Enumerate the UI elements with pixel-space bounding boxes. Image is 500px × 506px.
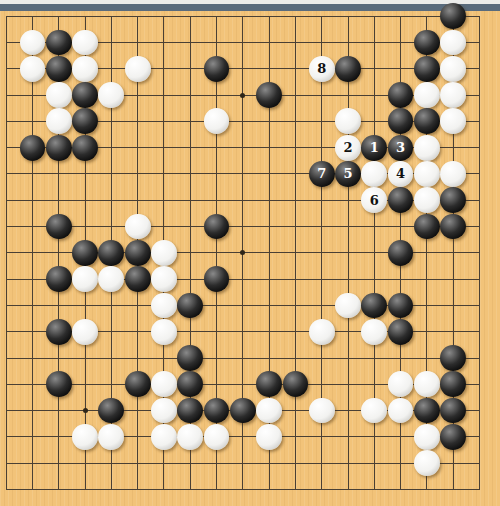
intersection-K7[interactable] (230, 319, 256, 345)
intersection-M19[interactable] (282, 3, 308, 29)
intersection-E3[interactable] (98, 424, 124, 450)
intersection-R7[interactable] (414, 319, 440, 345)
stone-white-B17[interactable] (20, 56, 46, 82)
intersection-S16[interactable] (440, 82, 466, 108)
intersection-T10[interactable] (466, 240, 492, 266)
intersection-P12[interactable]: 6 (361, 187, 387, 213)
intersection-Q4[interactable] (387, 397, 413, 423)
intersection-E4[interactable] (98, 397, 124, 423)
stone-white-R13[interactable] (414, 161, 440, 187)
intersection-C6[interactable] (46, 345, 72, 371)
intersection-C14[interactable] (46, 134, 72, 160)
intersection-E19[interactable] (98, 3, 124, 29)
intersection-A7[interactable] (0, 319, 19, 345)
intersection-T8[interactable] (466, 292, 492, 318)
intersection-T11[interactable] (466, 213, 492, 239)
stone-white-R5[interactable] (414, 371, 440, 397)
intersection-T1[interactable] (466, 476, 492, 502)
intersection-N4[interactable] (309, 397, 335, 423)
intersection-A12[interactable] (0, 187, 19, 213)
stone-white-P4[interactable] (361, 398, 387, 424)
stone-black-S19[interactable] (440, 3, 466, 29)
intersection-E16[interactable] (98, 82, 124, 108)
stone-white-G3[interactable] (151, 424, 177, 450)
stone-black-R15[interactable] (414, 108, 440, 134)
intersection-H16[interactable] (177, 82, 203, 108)
intersection-M8[interactable] (282, 292, 308, 318)
intersection-N14[interactable] (309, 134, 335, 160)
intersection-P5[interactable] (361, 371, 387, 397)
intersection-M15[interactable] (282, 108, 308, 134)
intersection-Q1[interactable] (387, 476, 413, 502)
intersection-R10[interactable] (414, 240, 440, 266)
intersection-K1[interactable] (230, 476, 256, 502)
intersection-A2[interactable] (0, 450, 19, 476)
intersection-F1[interactable] (124, 476, 150, 502)
intersection-D14[interactable] (72, 134, 98, 160)
intersection-L14[interactable] (256, 134, 282, 160)
intersection-T9[interactable] (466, 266, 492, 292)
stone-white-J3[interactable] (204, 424, 230, 450)
stone-white-F11[interactable] (125, 214, 151, 240)
intersection-E9[interactable] (98, 266, 124, 292)
intersection-D7[interactable] (72, 319, 98, 345)
intersection-D19[interactable] (72, 3, 98, 29)
stone-black-N13[interactable]: 7 (309, 161, 335, 187)
intersection-N3[interactable] (309, 424, 335, 450)
intersection-M5[interactable] (282, 371, 308, 397)
intersection-A1[interactable] (0, 476, 19, 502)
stone-white-E3[interactable] (98, 424, 124, 450)
intersection-O12[interactable] (335, 187, 361, 213)
intersection-O6[interactable] (335, 345, 361, 371)
intersection-L13[interactable] (256, 161, 282, 187)
intersection-F2[interactable] (124, 450, 150, 476)
intersection-C12[interactable] (46, 187, 72, 213)
intersection-K6[interactable] (230, 345, 256, 371)
stone-white-B18[interactable] (20, 30, 46, 56)
intersection-G7[interactable] (151, 319, 177, 345)
intersection-N1[interactable] (309, 476, 335, 502)
intersection-C15[interactable] (46, 108, 72, 134)
intersection-H14[interactable] (177, 134, 203, 160)
intersection-K18[interactable] (230, 29, 256, 55)
intersection-L3[interactable] (256, 424, 282, 450)
intersection-P14[interactable]: 1 (361, 134, 387, 160)
intersection-F10[interactable] (124, 240, 150, 266)
intersection-Q15[interactable] (387, 108, 413, 134)
intersection-O3[interactable] (335, 424, 361, 450)
intersection-B18[interactable] (19, 29, 45, 55)
stone-black-D16[interactable] (72, 82, 98, 108)
intersection-Q14[interactable]: 3 (387, 134, 413, 160)
intersection-T2[interactable] (466, 450, 492, 476)
intersection-J18[interactable] (203, 29, 229, 55)
intersection-B8[interactable] (19, 292, 45, 318)
stone-white-G8[interactable] (151, 293, 177, 319)
intersection-Q3[interactable] (387, 424, 413, 450)
stone-black-E4[interactable] (98, 398, 124, 424)
stone-black-D10[interactable] (72, 240, 98, 266)
intersection-T3[interactable] (466, 424, 492, 450)
stone-black-J17[interactable] (204, 56, 230, 82)
intersection-Q17[interactable] (387, 56, 413, 82)
intersection-Q16[interactable] (387, 82, 413, 108)
stone-black-C18[interactable] (46, 30, 72, 56)
stone-white-O8[interactable] (335, 293, 361, 319)
intersection-F3[interactable] (124, 424, 150, 450)
intersection-R3[interactable] (414, 424, 440, 450)
intersection-G19[interactable] (151, 3, 177, 29)
intersection-O14[interactable]: 2 (335, 134, 361, 160)
intersection-B4[interactable] (19, 397, 45, 423)
stone-white-G4[interactable] (151, 398, 177, 424)
intersection-R11[interactable] (414, 213, 440, 239)
intersection-D4[interactable] (72, 397, 98, 423)
intersection-R6[interactable] (414, 345, 440, 371)
stone-black-F10[interactable] (125, 240, 151, 266)
intersection-B10[interactable] (19, 240, 45, 266)
intersection-C9[interactable] (46, 266, 72, 292)
intersection-S17[interactable] (440, 56, 466, 82)
intersection-A3[interactable] (0, 424, 19, 450)
stone-white-O15[interactable] (335, 108, 361, 134)
intersection-G2[interactable] (151, 450, 177, 476)
intersection-F19[interactable] (124, 3, 150, 29)
intersection-M14[interactable] (282, 134, 308, 160)
intersection-Q13[interactable]: 4 (387, 161, 413, 187)
stone-white-R16[interactable] (414, 82, 440, 108)
stone-white-G9[interactable] (151, 266, 177, 292)
intersection-P7[interactable] (361, 319, 387, 345)
intersection-P3[interactable] (361, 424, 387, 450)
intersection-K12[interactable] (230, 187, 256, 213)
intersection-L17[interactable] (256, 56, 282, 82)
intersection-M3[interactable] (282, 424, 308, 450)
intersection-E6[interactable] (98, 345, 124, 371)
stone-black-Q16[interactable] (388, 82, 414, 108)
stone-black-L16[interactable] (256, 82, 282, 108)
intersection-P2[interactable] (361, 450, 387, 476)
intersection-R18[interactable] (414, 29, 440, 55)
intersection-Q11[interactable] (387, 213, 413, 239)
intersection-P18[interactable] (361, 29, 387, 55)
intersection-D17[interactable] (72, 56, 98, 82)
intersection-A14[interactable] (0, 134, 19, 160)
stone-black-J11[interactable] (204, 214, 230, 240)
intersection-T4[interactable] (466, 397, 492, 423)
intersection-R17[interactable] (414, 56, 440, 82)
stone-black-C9[interactable] (46, 266, 72, 292)
intersection-M12[interactable] (282, 187, 308, 213)
stone-black-Q15[interactable] (388, 108, 414, 134)
intersection-O18[interactable] (335, 29, 361, 55)
intersection-C18[interactable] (46, 29, 72, 55)
intersection-N17[interactable]: 8 (309, 56, 335, 82)
intersection-L5[interactable] (256, 371, 282, 397)
stone-white-O14[interactable]: 2 (335, 135, 361, 161)
stone-white-D3[interactable] (72, 424, 98, 450)
stone-black-S12[interactable] (440, 187, 466, 213)
intersection-A17[interactable] (0, 56, 19, 82)
intersection-P16[interactable] (361, 82, 387, 108)
intersection-K17[interactable] (230, 56, 256, 82)
stone-white-N4[interactable] (309, 398, 335, 424)
intersection-N2[interactable] (309, 450, 335, 476)
stone-white-D18[interactable] (72, 30, 98, 56)
intersection-H19[interactable] (177, 3, 203, 29)
intersection-M17[interactable] (282, 56, 308, 82)
intersection-L16[interactable] (256, 82, 282, 108)
stone-white-P12[interactable]: 6 (361, 187, 387, 213)
stone-white-L3[interactable] (256, 424, 282, 450)
intersection-N7[interactable] (309, 319, 335, 345)
stone-white-S16[interactable] (440, 82, 466, 108)
intersection-B13[interactable] (19, 161, 45, 187)
intersection-S2[interactable] (440, 450, 466, 476)
intersection-N6[interactable] (309, 345, 335, 371)
intersection-A13[interactable] (0, 161, 19, 187)
intersection-D16[interactable] (72, 82, 98, 108)
intersection-D1[interactable] (72, 476, 98, 502)
stone-black-O13[interactable]: 5 (335, 161, 361, 187)
intersection-O11[interactable] (335, 213, 361, 239)
intersection-L10[interactable] (256, 240, 282, 266)
stone-white-S17[interactable] (440, 56, 466, 82)
intersection-D10[interactable] (72, 240, 98, 266)
stone-black-O17[interactable] (335, 56, 361, 82)
intersection-S19[interactable] (440, 3, 466, 29)
intersection-F7[interactable] (124, 319, 150, 345)
intersection-L6[interactable] (256, 345, 282, 371)
intersection-G5[interactable] (151, 371, 177, 397)
stone-white-C15[interactable] (46, 108, 72, 134)
intersection-H1[interactable] (177, 476, 203, 502)
intersection-B12[interactable] (19, 187, 45, 213)
stone-white-C16[interactable] (46, 82, 72, 108)
intersection-B2[interactable] (19, 450, 45, 476)
intersection-E14[interactable] (98, 134, 124, 160)
intersection-D5[interactable] (72, 371, 98, 397)
intersection-T17[interactable] (466, 56, 492, 82)
stone-black-J9[interactable] (204, 266, 230, 292)
intersection-O17[interactable] (335, 56, 361, 82)
intersection-E8[interactable] (98, 292, 124, 318)
intersection-M11[interactable] (282, 213, 308, 239)
intersection-O19[interactable] (335, 3, 361, 29)
intersection-D12[interactable] (72, 187, 98, 213)
intersection-S18[interactable] (440, 29, 466, 55)
intersection-F17[interactable] (124, 56, 150, 82)
intersection-R14[interactable] (414, 134, 440, 160)
intersection-R9[interactable] (414, 266, 440, 292)
intersection-Q2[interactable] (387, 450, 413, 476)
intersection-B15[interactable] (19, 108, 45, 134)
intersection-D6[interactable] (72, 345, 98, 371)
stone-black-Q14[interactable]: 3 (388, 135, 414, 161)
intersection-P15[interactable] (361, 108, 387, 134)
intersection-J2[interactable] (203, 450, 229, 476)
intersection-G13[interactable] (151, 161, 177, 187)
intersection-F16[interactable] (124, 82, 150, 108)
intersection-N5[interactable] (309, 371, 335, 397)
stone-black-L5[interactable] (256, 371, 282, 397)
intersection-E1[interactable] (98, 476, 124, 502)
stone-black-D15[interactable] (72, 108, 98, 134)
intersection-O8[interactable] (335, 292, 361, 318)
intersection-G11[interactable] (151, 213, 177, 239)
intersection-C17[interactable] (46, 56, 72, 82)
intersection-J6[interactable] (203, 345, 229, 371)
intersection-O2[interactable] (335, 450, 361, 476)
intersection-B3[interactable] (19, 424, 45, 450)
stone-black-J4[interactable] (204, 398, 230, 424)
intersection-T15[interactable] (466, 108, 492, 134)
intersection-G18[interactable] (151, 29, 177, 55)
intersection-Q18[interactable] (387, 29, 413, 55)
intersection-S7[interactable] (440, 319, 466, 345)
intersection-T12[interactable] (466, 187, 492, 213)
intersection-D18[interactable] (72, 29, 98, 55)
intersection-H10[interactable] (177, 240, 203, 266)
stone-black-Q12[interactable] (388, 187, 414, 213)
intersection-Q12[interactable] (387, 187, 413, 213)
intersection-A4[interactable] (0, 397, 19, 423)
stone-white-Q4[interactable] (388, 398, 414, 424)
stone-black-S11[interactable] (440, 214, 466, 240)
stone-black-P8[interactable] (361, 293, 387, 319)
intersection-M7[interactable] (282, 319, 308, 345)
intersection-N8[interactable] (309, 292, 335, 318)
intersection-J15[interactable] (203, 108, 229, 134)
intersection-K8[interactable] (230, 292, 256, 318)
intersection-C8[interactable] (46, 292, 72, 318)
intersection-R16[interactable] (414, 82, 440, 108)
intersection-K15[interactable] (230, 108, 256, 134)
intersection-C19[interactable] (46, 3, 72, 29)
stone-black-R4[interactable] (414, 398, 440, 424)
intersection-F13[interactable] (124, 161, 150, 187)
intersection-T6[interactable] (466, 345, 492, 371)
stone-black-S3[interactable] (440, 424, 466, 450)
stone-black-Q10[interactable] (388, 240, 414, 266)
intersection-T7[interactable] (466, 319, 492, 345)
stone-white-F17[interactable] (125, 56, 151, 82)
intersection-B11[interactable] (19, 213, 45, 239)
intersection-T5[interactable] (466, 371, 492, 397)
intersection-L18[interactable] (256, 29, 282, 55)
intersection-J13[interactable] (203, 161, 229, 187)
intersection-C4[interactable] (46, 397, 72, 423)
intersection-J3[interactable] (203, 424, 229, 450)
intersection-G3[interactable] (151, 424, 177, 450)
intersection-G9[interactable] (151, 266, 177, 292)
stone-black-C5[interactable] (46, 371, 72, 397)
intersection-H5[interactable] (177, 371, 203, 397)
intersection-M4[interactable] (282, 397, 308, 423)
intersection-H12[interactable] (177, 187, 203, 213)
intersection-E12[interactable] (98, 187, 124, 213)
intersection-G6[interactable] (151, 345, 177, 371)
stone-white-S15[interactable] (440, 108, 466, 134)
intersection-O9[interactable] (335, 266, 361, 292)
intersection-M13[interactable] (282, 161, 308, 187)
intersection-F11[interactable] (124, 213, 150, 239)
intersection-K5[interactable] (230, 371, 256, 397)
intersection-D8[interactable] (72, 292, 98, 318)
intersection-H4[interactable] (177, 397, 203, 423)
stone-white-J15[interactable] (204, 108, 230, 134)
intersection-L19[interactable] (256, 3, 282, 29)
intersection-Q8[interactable] (387, 292, 413, 318)
intersection-N16[interactable] (309, 82, 335, 108)
intersection-H18[interactable] (177, 29, 203, 55)
stone-white-E9[interactable] (98, 266, 124, 292)
intersection-K11[interactable] (230, 213, 256, 239)
intersection-K14[interactable] (230, 134, 256, 160)
intersection-S12[interactable] (440, 187, 466, 213)
intersection-D11[interactable] (72, 213, 98, 239)
intersection-T19[interactable] (466, 3, 492, 29)
intersection-R13[interactable] (414, 161, 440, 187)
intersection-B6[interactable] (19, 345, 45, 371)
intersection-F4[interactable] (124, 397, 150, 423)
stone-white-D7[interactable] (72, 319, 98, 345)
intersection-E18[interactable] (98, 29, 124, 55)
intersection-S9[interactable] (440, 266, 466, 292)
stone-white-P7[interactable] (361, 319, 387, 345)
intersection-S6[interactable] (440, 345, 466, 371)
stone-black-F9[interactable] (125, 266, 151, 292)
intersection-B16[interactable] (19, 82, 45, 108)
intersection-P9[interactable] (361, 266, 387, 292)
intersection-F5[interactable] (124, 371, 150, 397)
stone-white-Q13[interactable]: 4 (388, 161, 414, 187)
intersection-L12[interactable] (256, 187, 282, 213)
intersection-S5[interactable] (440, 371, 466, 397)
intersection-F8[interactable] (124, 292, 150, 318)
intersection-E10[interactable] (98, 240, 124, 266)
intersection-K9[interactable] (230, 266, 256, 292)
intersection-B1[interactable] (19, 476, 45, 502)
intersection-O13[interactable]: 5 (335, 161, 361, 187)
intersection-A18[interactable] (0, 29, 19, 55)
intersection-P10[interactable] (361, 240, 387, 266)
stone-black-Q7[interactable] (388, 319, 414, 345)
intersection-P13[interactable] (361, 161, 387, 187)
intersection-R2[interactable] (414, 450, 440, 476)
intersection-J16[interactable] (203, 82, 229, 108)
stone-white-N7[interactable] (309, 319, 335, 345)
stone-white-D17[interactable] (72, 56, 98, 82)
intersection-S3[interactable] (440, 424, 466, 450)
intersection-R19[interactable] (414, 3, 440, 29)
intersection-T14[interactable] (466, 134, 492, 160)
intersection-K13[interactable] (230, 161, 256, 187)
intersection-F9[interactable] (124, 266, 150, 292)
stone-white-E16[interactable] (98, 82, 124, 108)
intersection-N11[interactable] (309, 213, 335, 239)
intersection-A15[interactable] (0, 108, 19, 134)
stone-black-S6[interactable] (440, 345, 466, 371)
intersection-R15[interactable] (414, 108, 440, 134)
intersection-J10[interactable] (203, 240, 229, 266)
intersection-C3[interactable] (46, 424, 72, 450)
intersection-J5[interactable] (203, 371, 229, 397)
intersection-A5[interactable] (0, 371, 19, 397)
intersection-N18[interactable] (309, 29, 335, 55)
intersection-D9[interactable] (72, 266, 98, 292)
